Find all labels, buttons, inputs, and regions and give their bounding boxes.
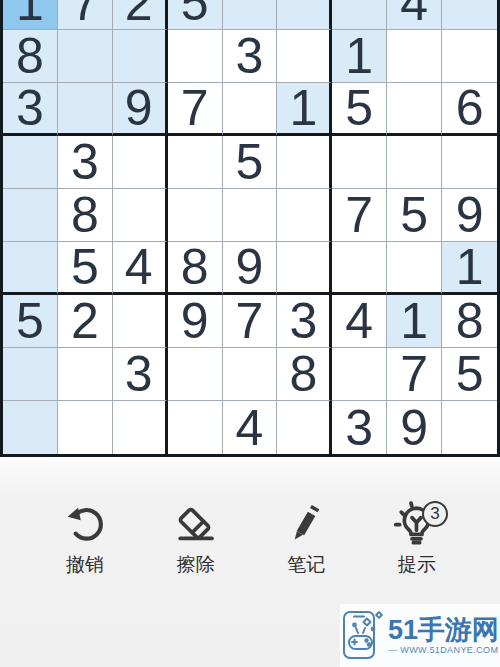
cell-r2c3[interactable] bbox=[113, 30, 168, 83]
cell-r5c7[interactable]: 7 bbox=[332, 189, 387, 242]
cell-r6c4[interactable]: 8 bbox=[168, 242, 223, 295]
cell-r2c8[interactable] bbox=[387, 30, 442, 83]
cell-r1c9[interactable] bbox=[442, 0, 497, 30]
cell-r6c6[interactable] bbox=[277, 242, 332, 295]
cell-r1c2[interactable]: 7 bbox=[58, 0, 113, 30]
cell-r7c5[interactable]: 7 bbox=[223, 295, 278, 348]
undo-label: 撤销 bbox=[66, 552, 104, 578]
watermark-site-url: — WWW.51DANYE.COM — bbox=[388, 645, 500, 655]
phone-gamepad-icon bbox=[340, 605, 386, 667]
cell-r8c2[interactable] bbox=[58, 348, 113, 401]
cell-r2c7[interactable]: 1 bbox=[332, 30, 387, 83]
cell-r4c2[interactable]: 3 bbox=[58, 136, 113, 189]
cell-r7c1[interactable]: 5 bbox=[3, 295, 58, 348]
cell-r4c9[interactable] bbox=[442, 136, 497, 189]
cell-r5c6[interactable] bbox=[277, 189, 332, 242]
cell-r9c3[interactable] bbox=[113, 401, 168, 454]
cell-r1c8[interactable]: 4 bbox=[387, 0, 442, 30]
hint-label: 提示 bbox=[398, 552, 436, 578]
cell-r7c9[interactable]: 8 bbox=[442, 295, 497, 348]
cell-r1c7[interactable] bbox=[332, 0, 387, 30]
cell-r4c6[interactable] bbox=[277, 136, 332, 189]
cell-r8c7[interactable] bbox=[332, 348, 387, 401]
cell-r4c7[interactable] bbox=[332, 136, 387, 189]
cell-r2c9[interactable] bbox=[442, 30, 497, 83]
cell-r3c9[interactable]: 6 bbox=[442, 83, 497, 136]
cell-r9c6[interactable] bbox=[277, 401, 332, 454]
cell-r3c5[interactable] bbox=[223, 83, 278, 136]
cell-r1c4[interactable]: 5 bbox=[168, 0, 223, 30]
cell-r8c6[interactable]: 8 bbox=[277, 348, 332, 401]
cell-r6c8[interactable] bbox=[387, 242, 442, 295]
cell-r9c2[interactable] bbox=[58, 401, 113, 454]
hint-button[interactable]: 3 提示 bbox=[385, 500, 449, 578]
cell-r6c5[interactable]: 9 bbox=[223, 242, 278, 295]
sudoku-grid: 1725483139715635875954891529734183875439 bbox=[3, 0, 497, 454]
cell-r7c3[interactable] bbox=[113, 295, 168, 348]
cell-r3c2[interactable] bbox=[58, 83, 113, 136]
cell-r3c3[interactable]: 9 bbox=[113, 83, 168, 136]
cell-r6c2[interactable]: 5 bbox=[58, 242, 113, 295]
cell-r9c5[interactable]: 4 bbox=[223, 401, 278, 454]
cell-r3c1[interactable]: 3 bbox=[3, 83, 58, 136]
cell-r9c8[interactable]: 9 bbox=[387, 401, 442, 454]
cell-r8c4[interactable] bbox=[168, 348, 223, 401]
cell-r7c8[interactable]: 1 bbox=[387, 295, 442, 348]
cell-r1c6[interactable] bbox=[277, 0, 332, 30]
toolbar: 撤销 擦除 笔记 bbox=[53, 500, 449, 578]
cell-r8c9[interactable]: 5 bbox=[442, 348, 497, 401]
watermark-site-name: 51手游网 bbox=[388, 616, 500, 644]
cell-r4c5[interactable]: 5 bbox=[223, 136, 278, 189]
erase-button[interactable]: 擦除 bbox=[164, 500, 228, 578]
cell-r1c5[interactable] bbox=[223, 0, 278, 30]
cell-r4c1[interactable] bbox=[3, 136, 58, 189]
notes-label: 笔记 bbox=[287, 552, 325, 578]
undo-button[interactable]: 撤销 bbox=[53, 500, 117, 578]
sudoku-app-screen: 123456789 172548313971563587595489152973… bbox=[0, 0, 500, 667]
cell-r3c7[interactable]: 5 bbox=[332, 83, 387, 136]
cell-r9c7[interactable]: 3 bbox=[332, 401, 387, 454]
cell-r6c3[interactable]: 4 bbox=[113, 242, 168, 295]
cell-r7c7[interactable]: 4 bbox=[332, 295, 387, 348]
cell-r2c1[interactable]: 8 bbox=[3, 30, 58, 83]
cell-r9c4[interactable] bbox=[168, 401, 223, 454]
cell-r7c6[interactable]: 3 bbox=[277, 295, 332, 348]
erase-label: 擦除 bbox=[177, 552, 215, 578]
cell-r9c9[interactable] bbox=[442, 401, 497, 454]
cell-r2c4[interactable] bbox=[168, 30, 223, 83]
hint-count-badge: 3 bbox=[422, 501, 448, 527]
cell-r4c8[interactable] bbox=[387, 136, 442, 189]
cell-r6c1[interactable] bbox=[3, 242, 58, 295]
pencil-icon bbox=[283, 500, 330, 547]
watermark: 51手游网 — WWW.51DANYE.COM — bbox=[340, 604, 500, 667]
sudoku-board: 1725483139715635875954891529734183875439 bbox=[0, 0, 500, 457]
cell-r1c1[interactable]: 1 bbox=[3, 0, 58, 30]
cell-r8c3[interactable]: 3 bbox=[113, 348, 168, 401]
cell-r7c4[interactable]: 9 bbox=[168, 295, 223, 348]
cell-r8c8[interactable]: 7 bbox=[387, 348, 442, 401]
watermark-text: 51手游网 — WWW.51DANYE.COM — bbox=[388, 616, 500, 655]
cell-r5c9[interactable]: 9 bbox=[442, 189, 497, 242]
notes-button[interactable]: 笔记 bbox=[274, 500, 338, 578]
cell-r5c4[interactable] bbox=[168, 189, 223, 242]
cell-r1c3[interactable]: 2 bbox=[113, 0, 168, 30]
cell-r4c3[interactable] bbox=[113, 136, 168, 189]
cell-r2c5[interactable]: 3 bbox=[223, 30, 278, 83]
undo-arrow-icon bbox=[62, 500, 109, 547]
cell-r5c8[interactable]: 5 bbox=[387, 189, 442, 242]
cell-r7c2[interactable]: 2 bbox=[58, 295, 113, 348]
cell-r9c1[interactable] bbox=[3, 401, 58, 454]
cell-r3c6[interactable]: 1 bbox=[277, 83, 332, 136]
cell-r2c6[interactable] bbox=[277, 30, 332, 83]
cell-r8c5[interactable] bbox=[223, 348, 278, 401]
cell-r5c1[interactable] bbox=[3, 189, 58, 242]
cell-r6c9[interactable]: 1 bbox=[442, 242, 497, 295]
cell-r5c3[interactable] bbox=[113, 189, 168, 242]
cell-r8c1[interactable] bbox=[3, 348, 58, 401]
cell-r5c5[interactable] bbox=[223, 189, 278, 242]
cell-r5c2[interactable]: 8 bbox=[58, 189, 113, 242]
cell-r2c2[interactable] bbox=[58, 30, 113, 83]
cell-r3c4[interactable]: 7 bbox=[168, 83, 223, 136]
eraser-icon bbox=[172, 500, 219, 547]
cell-r6c7[interactable] bbox=[332, 242, 387, 295]
cell-r4c4[interactable] bbox=[168, 136, 223, 189]
cell-r3c8[interactable] bbox=[387, 83, 442, 136]
